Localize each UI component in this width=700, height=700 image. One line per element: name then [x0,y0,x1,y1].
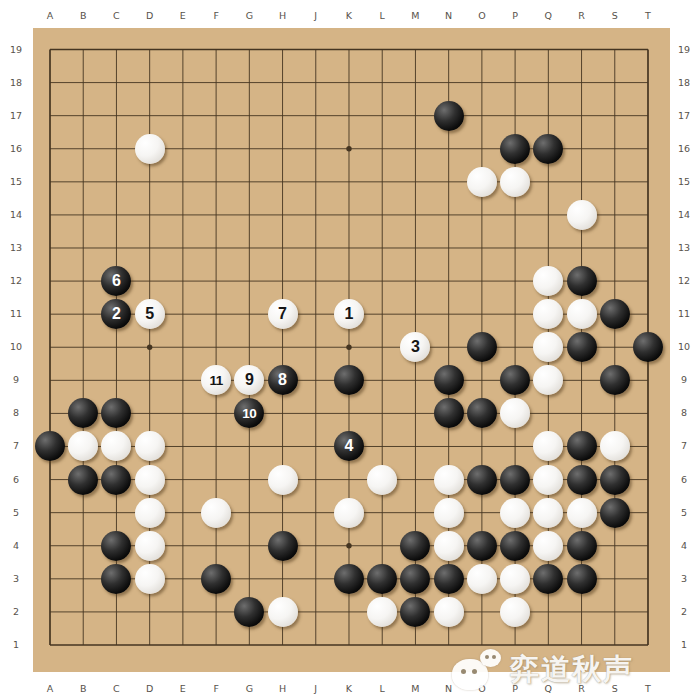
coord-label-left-10: 10 [3,341,29,353]
stone-O10-black [467,332,497,362]
coord-label-top-G: G [239,10,259,22]
stone-S5-black [600,498,630,528]
move-number: 1 [345,305,354,323]
stone-R7-black [567,431,597,461]
coord-label-right-4: 4 [671,540,697,552]
coord-label-right-18: 18 [671,77,697,89]
stone-P16-black [500,134,530,164]
stone-D3-white [135,564,165,594]
coord-label-top-L: L [372,10,392,22]
coord-label-right-13: 13 [671,242,697,254]
stone-S11-black [600,299,630,329]
coord-label-top-E: E [173,10,193,22]
coord-label-top-A: A [40,10,60,22]
stone-P15-white [500,167,530,197]
stone-N3-black [434,564,464,594]
coord-label-top-T: T [638,10,658,22]
stone-D7-white [135,431,165,461]
coord-label-right-9: 9 [671,374,697,386]
stone-S9-black [600,365,630,395]
coord-label-top-S: S [605,10,625,22]
coord-label-right-6: 6 [671,474,697,486]
coord-label-left-4: 4 [3,540,29,552]
coord-label-left-15: 15 [3,176,29,188]
coord-label-right-11: 11 [671,308,697,320]
stone-R4-black [567,531,597,561]
coord-label-right-15: 15 [671,176,697,188]
stone-H6-white [268,465,298,495]
coord-label-top-Q: Q [538,10,558,22]
coord-label-right-3: 3 [671,573,697,585]
stone-O3-white [467,564,497,594]
stone-P5-white [500,498,530,528]
coord-label-top-N: N [439,10,459,22]
stone-H2-white [268,597,298,627]
move-number: 7 [278,305,287,323]
stone-P2-white [500,597,530,627]
stone-F3-black [201,564,231,594]
coord-label-left-11: 11 [3,308,29,320]
coord-label-left-7: 7 [3,440,29,452]
watermark: 弈道秋声 [436,645,692,695]
move-number: 9 [245,371,254,389]
coord-label-top-R: R [572,10,592,22]
stone-K3-black [334,564,364,594]
coord-label-top-O: O [472,10,492,22]
stone-R12-black [567,266,597,296]
move-number: 10 [242,406,256,421]
stone-O4-black [467,531,497,561]
stone-K11-white: 1 [334,299,364,329]
coord-label-bottom-D: D [140,683,160,695]
coord-label-left-2: 2 [3,606,29,618]
coord-label-bottom-A: A [40,683,60,695]
watermark-text: 弈道秋声 [510,652,634,686]
stone-H11-white: 7 [268,299,298,329]
stone-N6-white [434,465,464,495]
stone-D11-white: 5 [135,299,165,329]
stone-P6-black [500,465,530,495]
coord-label-left-8: 8 [3,407,29,419]
stone-N9-black [434,365,464,395]
stone-P4-black [500,531,530,561]
coord-label-left-3: 3 [3,573,29,585]
stone-H9-black: 8 [268,365,298,395]
stone-Q16-black [533,134,563,164]
coord-label-top-D: D [140,10,160,22]
stone-B6-black [68,465,98,495]
coord-label-bottom-K: K [339,683,359,695]
stone-O15-white [467,167,497,197]
coord-label-top-B: B [73,10,93,22]
coord-label-left-16: 16 [3,143,29,155]
coord-label-right-12: 12 [671,275,697,287]
stone-C6-black [101,465,131,495]
coord-label-bottom-C: C [106,683,126,695]
coord-label-bottom-J: J [306,683,326,695]
coord-label-bottom-L: L [372,683,392,695]
stone-R6-black [567,465,597,495]
stone-L3-black [367,564,397,594]
stone-O6-black [467,465,497,495]
coord-label-top-H: H [273,10,293,22]
stone-P3-white [500,564,530,594]
stone-D6-white [135,465,165,495]
go-diagram-page: ABCDEFGHJKLMNOPQRST ABCDEFGHJKLMNOPQRST … [0,0,700,700]
coord-label-left-9: 9 [3,374,29,386]
coord-label-right-17: 17 [671,110,697,122]
stone-M4-black [400,531,430,561]
move-number: 3 [411,338,420,356]
stone-Q6-white [533,465,563,495]
move-number: 4 [345,437,354,455]
coord-label-right-19: 19 [671,44,697,56]
coord-label-left-13: 13 [3,242,29,254]
stone-Q3-black [533,564,563,594]
stone-R10-black [567,332,597,362]
stone-L2-white [367,597,397,627]
coord-label-top-C: C [106,10,126,22]
coord-label-right-10: 10 [671,341,697,353]
coord-label-bottom-F: F [206,683,226,695]
stone-Q4-white [533,531,563,561]
stone-R5-white [567,498,597,528]
coord-label-bottom-B: B [73,683,93,695]
stone-D5-white [135,498,165,528]
wechat-bubble-small [480,649,501,667]
coord-label-right-7: 7 [671,440,697,452]
stone-L6-white [367,465,397,495]
stone-R3-black [567,564,597,594]
stone-D16-white [135,134,165,164]
stone-K5-white [334,498,364,528]
coord-label-top-J: J [306,10,326,22]
move-number: 2 [112,305,121,323]
coord-label-top-M: M [405,10,425,22]
move-number: 5 [145,305,154,323]
stone-H4-black [268,531,298,561]
go-board: 6257131198104 [33,28,670,672]
stone-R11-white [567,299,597,329]
stone-F5-white [201,498,231,528]
coord-label-left-14: 14 [3,209,29,221]
coord-label-bottom-M: M [405,683,425,695]
stone-N5-white [434,498,464,528]
coord-label-left-18: 18 [3,77,29,89]
coord-label-left-19: 19 [3,44,29,56]
stone-S6-black [600,465,630,495]
stone-Q5-white [533,498,563,528]
coord-label-left-6: 6 [3,474,29,486]
coord-label-right-16: 16 [671,143,697,155]
stone-R14-white [567,200,597,230]
coord-label-left-1: 1 [3,639,29,651]
wechat-icon [440,647,506,691]
stone-N2-white [434,597,464,627]
coord-label-top-F: F [206,10,226,22]
coord-label-right-8: 8 [671,407,697,419]
stone-C4-black [101,531,131,561]
stone-N17-black [434,101,464,131]
coord-label-right-5: 5 [671,507,697,519]
stone-N4-white [434,531,464,561]
stone-D4-white [135,531,165,561]
move-number: 6 [112,272,121,290]
coord-label-bottom-E: E [173,683,193,695]
coord-label-bottom-G: G [239,683,259,695]
coord-label-left-17: 17 [3,110,29,122]
stone-N8-black [434,398,464,428]
coord-label-left-5: 5 [3,507,29,519]
move-number: 8 [278,371,287,389]
coord-label-top-K: K [339,10,359,22]
coord-label-right-14: 14 [671,209,697,221]
coord-label-right-2: 2 [671,606,697,618]
coord-label-bottom-H: H [273,683,293,695]
coord-label-top-P: P [505,10,525,22]
coord-label-left-12: 12 [3,275,29,287]
move-number: 11 [209,373,222,388]
